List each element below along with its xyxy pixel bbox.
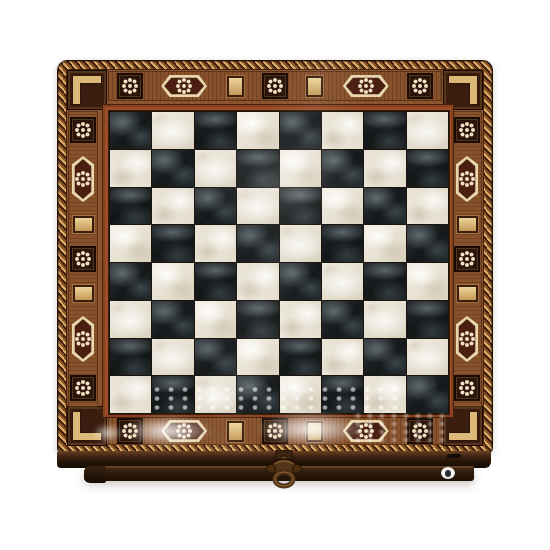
square-r8c7[interactable] — [364, 376, 405, 413]
square-r1c7[interactable] — [364, 112, 405, 149]
rosette-petals-icon — [128, 84, 132, 88]
square-r6c3[interactable] — [195, 301, 236, 338]
corner-inlay-top-left — [67, 70, 107, 110]
square-r2c6[interactable] — [322, 150, 363, 187]
square-r5c1[interactable] — [110, 263, 151, 300]
inlay-lozenge-icon — [161, 419, 207, 443]
square-r4c6[interactable] — [322, 225, 363, 262]
square-r3c6[interactable] — [322, 188, 363, 225]
inlay-diamond-icon — [71, 156, 95, 202]
inlay-tile-icon — [73, 285, 94, 302]
square-r3c3[interactable] — [195, 188, 236, 225]
rosette-petals-icon — [418, 429, 422, 433]
square-r8c8[interactable] — [407, 376, 448, 413]
rosette-petals-icon — [364, 429, 368, 433]
square-r3c8[interactable] — [407, 188, 448, 225]
square-r1c5[interactable] — [280, 112, 321, 149]
square-r7c8[interactable] — [407, 339, 448, 376]
inlay-lozenge-icon — [343, 74, 389, 98]
rosette-petals-icon — [465, 177, 469, 181]
square-r5c6[interactable] — [322, 263, 363, 300]
square-r1c6[interactable] — [322, 112, 363, 149]
inlay-rosette-icon — [71, 247, 95, 271]
square-r3c4[interactable] — [237, 188, 278, 225]
border-strip-left — [68, 111, 98, 407]
square-r6c2[interactable] — [152, 301, 193, 338]
inlay-rosette-icon — [118, 419, 142, 443]
square-r4c7[interactable] — [364, 225, 405, 262]
square-r5c3[interactable] — [195, 263, 236, 300]
l-angle-icon — [73, 76, 101, 104]
square-r2c3[interactable] — [195, 150, 236, 187]
square-r1c2[interactable] — [152, 112, 193, 149]
square-r8c2[interactable] — [152, 376, 193, 413]
square-r3c2[interactable] — [152, 188, 193, 225]
round-label-sticker — [441, 467, 455, 479]
square-r2c8[interactable] — [407, 150, 448, 187]
rosette-petals-icon — [273, 429, 277, 433]
square-r3c1[interactable] — [110, 188, 151, 225]
rosette-petals-icon — [465, 128, 469, 132]
square-r8c3[interactable] — [195, 376, 236, 413]
square-r5c4[interactable] — [237, 263, 278, 300]
inlay-rosette-icon — [71, 376, 95, 400]
inlay-tile-icon — [457, 285, 478, 302]
border-strip-top — [108, 71, 442, 101]
square-r5c8[interactable] — [407, 263, 448, 300]
chess-board — [109, 111, 449, 414]
square-r4c2[interactable] — [152, 225, 193, 262]
rosette-petals-icon — [273, 84, 277, 88]
square-r4c4[interactable] — [237, 225, 278, 262]
square-r8c5[interactable] — [280, 376, 321, 413]
inlay-rosette-icon — [263, 74, 287, 98]
square-r8c4[interactable] — [237, 376, 278, 413]
square-r8c6[interactable] — [322, 376, 363, 413]
inlay-tile-icon — [457, 216, 478, 233]
l-angle-icon — [73, 412, 101, 440]
square-r7c5[interactable] — [280, 339, 321, 376]
inlay-rosette-icon — [71, 118, 95, 142]
square-r8c1[interactable] — [110, 376, 151, 413]
square-r4c3[interactable] — [195, 225, 236, 262]
rosette-petals-icon — [81, 337, 85, 341]
square-r6c5[interactable] — [280, 301, 321, 338]
square-r7c6[interactable] — [322, 339, 363, 376]
rosette-petals-icon — [364, 84, 368, 88]
inlay-tile-icon — [306, 76, 323, 97]
square-r5c5[interactable] — [280, 263, 321, 300]
square-r4c8[interactable] — [407, 225, 448, 262]
inlay-rosette-icon — [263, 419, 287, 443]
inlay-rosette-icon — [408, 419, 432, 443]
square-r6c6[interactable] — [322, 301, 363, 338]
square-r2c5[interactable] — [280, 150, 321, 187]
square-r7c2[interactable] — [152, 339, 193, 376]
square-r6c4[interactable] — [237, 301, 278, 338]
square-r7c4[interactable] — [237, 339, 278, 376]
square-r7c3[interactable] — [195, 339, 236, 376]
square-r4c5[interactable] — [280, 225, 321, 262]
l-angle-icon — [449, 76, 477, 104]
square-r5c2[interactable] — [152, 263, 193, 300]
inlay-rosette-icon — [408, 74, 432, 98]
inlay-diamond-icon — [455, 156, 479, 202]
square-r7c7[interactable] — [364, 339, 405, 376]
square-r3c5[interactable] — [280, 188, 321, 225]
square-r1c1[interactable] — [110, 112, 151, 149]
square-r6c7[interactable] — [364, 301, 405, 338]
corner-inlay-bottom-left — [67, 406, 107, 446]
inlay-rosette-icon — [118, 74, 142, 98]
square-r2c4[interactable] — [237, 150, 278, 187]
square-r5c7[interactable] — [364, 263, 405, 300]
latch-clasp — [256, 450, 312, 500]
inlay-rosette-icon — [455, 118, 479, 142]
square-r2c7[interactable] — [364, 150, 405, 187]
square-r3c7[interactable] — [364, 188, 405, 225]
inlay-tile-icon — [227, 76, 244, 97]
border-strip-bottom — [108, 417, 442, 445]
rosette-petals-icon — [81, 128, 85, 132]
square-r7c1[interactable] — [110, 339, 151, 376]
rosette-petals-icon — [465, 257, 469, 261]
inlay-diamond-icon — [71, 316, 95, 362]
rosette-petals-icon — [128, 429, 132, 433]
square-r1c4[interactable] — [237, 112, 278, 149]
square-r6c8[interactable] — [407, 301, 448, 338]
inlay-diamond-icon — [455, 316, 479, 362]
inlay-lozenge-icon — [161, 74, 207, 98]
inlay-tile-icon — [306, 421, 323, 442]
inlay-rosette-icon — [455, 376, 479, 400]
rosette-petals-icon — [465, 337, 469, 341]
inlay-tile-icon — [73, 216, 94, 233]
border-strip-right — [452, 111, 482, 407]
inlay-tile-icon — [227, 421, 244, 442]
rosette-petals-icon — [418, 84, 422, 88]
square-r1c8[interactable] — [407, 112, 448, 149]
rosette-petals-icon — [182, 84, 186, 88]
square-r1c3[interactable] — [195, 112, 236, 149]
rosette-petals-icon — [465, 386, 469, 390]
inlay-lozenge-icon — [343, 419, 389, 443]
rosette-petals-icon — [81, 386, 85, 390]
rosette-petals-icon — [81, 257, 85, 261]
square-r4c1[interactable] — [110, 225, 151, 262]
chess-box-photo — [0, 0, 550, 550]
rosette-petals-icon — [81, 177, 85, 181]
inlay-rosette-icon — [455, 247, 479, 271]
chess-box-lid — [57, 60, 493, 454]
square-r2c1[interactable] — [110, 150, 151, 187]
rosette-petals-icon — [182, 429, 186, 433]
square-r2c2[interactable] — [152, 150, 193, 187]
square-r6c1[interactable] — [110, 301, 151, 338]
